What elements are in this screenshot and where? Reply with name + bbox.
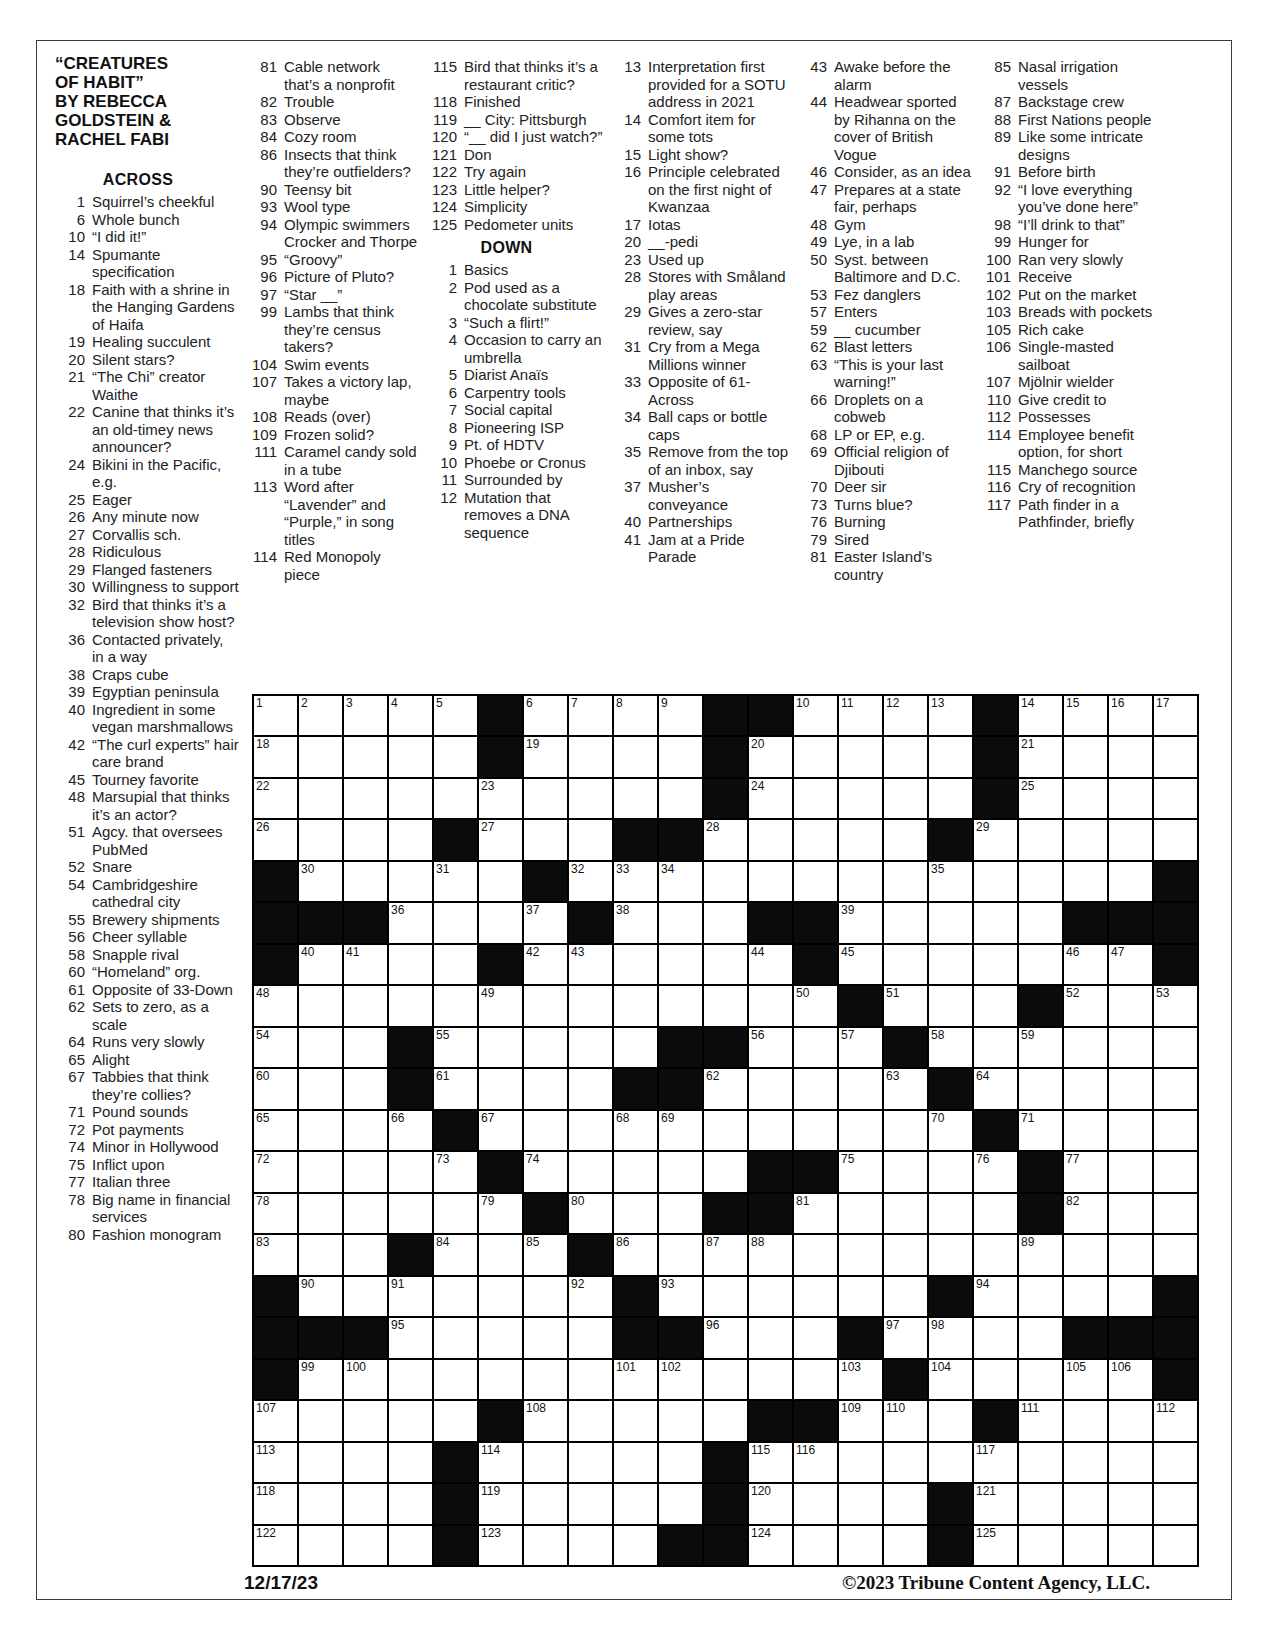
cell-r21c19[interactable]	[1063, 1525, 1108, 1566]
cell-r17c19[interactable]: 105	[1063, 1359, 1108, 1400]
cell-r8c7[interactable]	[523, 985, 568, 1026]
cell-r17c3[interactable]: 100	[343, 1359, 388, 1400]
cell-r12c17[interactable]: 76	[973, 1151, 1018, 1192]
cell-r15c11[interactable]	[703, 1276, 748, 1317]
cell-r2c21[interactable]	[1153, 736, 1198, 777]
cell-r5c6[interactable]	[478, 861, 523, 902]
cell-r21c15[interactable]	[883, 1525, 928, 1566]
cell-r11c10[interactable]: 69	[658, 1110, 703, 1151]
cell-r14c5[interactable]: 84	[433, 1234, 478, 1275]
cell-r11c21[interactable]	[1153, 1110, 1198, 1151]
cell-r5c18[interactable]	[1018, 861, 1063, 902]
cell-r9c6[interactable]	[478, 1027, 523, 1068]
cell-r20c13[interactable]	[793, 1483, 838, 1524]
cell-r10c13[interactable]	[793, 1068, 838, 1109]
cell-r16c8[interactable]	[568, 1317, 613, 1358]
cell-r1c20[interactable]: 16	[1108, 695, 1153, 736]
cell-r6c15[interactable]	[883, 902, 928, 943]
cell-r14c2[interactable]	[298, 1234, 343, 1275]
cell-r2c12[interactable]: 20	[748, 736, 793, 777]
cell-r1c18[interactable]: 14	[1018, 695, 1063, 736]
cell-r17c11[interactable]	[703, 1359, 748, 1400]
cell-r21c13[interactable]	[793, 1525, 838, 1566]
cell-r3c19[interactable]	[1063, 778, 1108, 819]
cell-r9c14[interactable]: 57	[838, 1027, 883, 1068]
cell-r10c7[interactable]	[523, 1068, 568, 1109]
cell-r18c9[interactable]	[613, 1400, 658, 1441]
cell-r19c14[interactable]	[838, 1442, 883, 1483]
cell-r15c2[interactable]: 90	[298, 1276, 343, 1317]
cell-r14c3[interactable]	[343, 1234, 388, 1275]
cell-r11c3[interactable]	[343, 1110, 388, 1151]
cell-r4c17[interactable]: 29	[973, 819, 1018, 860]
cell-r8c5[interactable]	[433, 985, 478, 1026]
cell-r14c9[interactable]: 86	[613, 1234, 658, 1275]
cell-r3c6[interactable]: 23	[478, 778, 523, 819]
cell-r17c6[interactable]	[478, 1359, 523, 1400]
cell-r21c21[interactable]	[1153, 1525, 1198, 1566]
cell-r6c16[interactable]	[928, 902, 973, 943]
cell-r9c8[interactable]	[568, 1027, 613, 1068]
cell-r21c4[interactable]	[388, 1525, 433, 1566]
cell-r1c19[interactable]: 15	[1063, 695, 1108, 736]
cell-r17c4[interactable]	[388, 1359, 433, 1400]
cell-r15c3[interactable]	[343, 1276, 388, 1317]
cell-r2c1[interactable]: 18	[253, 736, 298, 777]
cell-r17c2[interactable]: 99	[298, 1359, 343, 1400]
cell-r14c20[interactable]	[1108, 1234, 1153, 1275]
cell-r4c19[interactable]	[1063, 819, 1108, 860]
cell-r11c6[interactable]: 67	[478, 1110, 523, 1151]
cell-r5c4[interactable]	[388, 861, 433, 902]
cell-r6c11[interactable]	[703, 902, 748, 943]
cell-r13c5[interactable]	[433, 1193, 478, 1234]
cell-r9c1[interactable]: 54	[253, 1027, 298, 1068]
cell-r14c12[interactable]: 88	[748, 1234, 793, 1275]
cell-r4c13[interactable]	[793, 819, 838, 860]
cell-r19c19[interactable]	[1063, 1442, 1108, 1483]
cell-r17c9[interactable]: 101	[613, 1359, 658, 1400]
cell-r16c7[interactable]	[523, 1317, 568, 1358]
cell-r8c12[interactable]	[748, 985, 793, 1026]
cell-r10c17[interactable]: 64	[973, 1068, 1018, 1109]
cell-r21c2[interactable]	[298, 1525, 343, 1566]
cell-r3c20[interactable]	[1108, 778, 1153, 819]
cell-r5c20[interactable]	[1108, 861, 1153, 902]
cell-r6c18[interactable]	[1018, 902, 1063, 943]
cell-r16c12[interactable]	[748, 1317, 793, 1358]
cell-r1c13[interactable]: 10	[793, 695, 838, 736]
cell-r19c12[interactable]: 115	[748, 1442, 793, 1483]
cell-r5c2[interactable]: 30	[298, 861, 343, 902]
cell-r21c17[interactable]: 125	[973, 1525, 1018, 1566]
cell-r7c16[interactable]	[928, 944, 973, 985]
cell-r5c10[interactable]: 34	[658, 861, 703, 902]
cell-r4c15[interactable]	[883, 819, 928, 860]
cell-r20c3[interactable]	[343, 1483, 388, 1524]
cell-r18c7[interactable]: 108	[523, 1400, 568, 1441]
cell-r3c3[interactable]	[343, 778, 388, 819]
cell-r2c9[interactable]	[613, 736, 658, 777]
cell-r6c6[interactable]	[478, 902, 523, 943]
cell-r15c10[interactable]: 93	[658, 1276, 703, 1317]
cell-r16c15[interactable]: 97	[883, 1317, 928, 1358]
cell-r17c10[interactable]: 102	[658, 1359, 703, 1400]
cell-r1c2[interactable]: 2	[298, 695, 343, 736]
cell-r8c10[interactable]	[658, 985, 703, 1026]
cell-r8c2[interactable]	[298, 985, 343, 1026]
cell-r6c17[interactable]	[973, 902, 1018, 943]
cell-r9c13[interactable]	[793, 1027, 838, 1068]
cell-r18c15[interactable]: 110	[883, 1400, 928, 1441]
cell-r13c21[interactable]	[1153, 1193, 1198, 1234]
cell-r11c19[interactable]	[1063, 1110, 1108, 1151]
cell-r19c8[interactable]	[568, 1442, 613, 1483]
cell-r19c17[interactable]: 117	[973, 1442, 1018, 1483]
cell-r11c16[interactable]: 70	[928, 1110, 973, 1151]
cell-r21c9[interactable]	[613, 1525, 658, 1566]
cell-r1c21[interactable]: 17	[1153, 695, 1198, 736]
cell-r14c13[interactable]	[793, 1234, 838, 1275]
cell-r18c20[interactable]	[1108, 1400, 1153, 1441]
cell-r20c4[interactable]	[388, 1483, 433, 1524]
cell-r15c15[interactable]	[883, 1276, 928, 1317]
cell-r7c5[interactable]	[433, 944, 478, 985]
cell-r14c10[interactable]	[658, 1234, 703, 1275]
cell-r15c6[interactable]	[478, 1276, 523, 1317]
cell-r20c1[interactable]: 118	[253, 1483, 298, 1524]
cell-r20c6[interactable]: 119	[478, 1483, 523, 1524]
cell-r2c18[interactable]: 21	[1018, 736, 1063, 777]
cell-r12c10[interactable]	[658, 1151, 703, 1192]
cell-r10c6[interactable]	[478, 1068, 523, 1109]
cell-r8c13[interactable]: 50	[793, 985, 838, 1026]
cell-r13c13[interactable]: 81	[793, 1193, 838, 1234]
cell-r12c5[interactable]: 73	[433, 1151, 478, 1192]
cell-r9c7[interactable]	[523, 1027, 568, 1068]
cell-r10c19[interactable]	[1063, 1068, 1108, 1109]
cell-r3c12[interactable]: 24	[748, 778, 793, 819]
cell-r7c15[interactable]	[883, 944, 928, 985]
cell-r12c14[interactable]: 75	[838, 1151, 883, 1192]
cell-r14c11[interactable]: 87	[703, 1234, 748, 1275]
cell-r19c9[interactable]	[613, 1442, 658, 1483]
cell-r1c7[interactable]: 6	[523, 695, 568, 736]
cell-r12c9[interactable]	[613, 1151, 658, 1192]
cell-r3c10[interactable]	[658, 778, 703, 819]
cell-r13c10[interactable]	[658, 1193, 703, 1234]
cell-r14c14[interactable]	[838, 1234, 883, 1275]
cell-r2c7[interactable]: 19	[523, 736, 568, 777]
cell-r4c11[interactable]: 28	[703, 819, 748, 860]
cell-r11c11[interactable]	[703, 1110, 748, 1151]
cell-r19c15[interactable]	[883, 1442, 928, 1483]
cell-r19c2[interactable]	[298, 1442, 343, 1483]
cell-r21c1[interactable]: 122	[253, 1525, 298, 1566]
cell-r18c5[interactable]	[433, 1400, 478, 1441]
cell-r17c7[interactable]	[523, 1359, 568, 1400]
cell-r3c13[interactable]	[793, 778, 838, 819]
cell-r3c4[interactable]	[388, 778, 433, 819]
cell-r2c8[interactable]	[568, 736, 613, 777]
cell-r13c15[interactable]	[883, 1193, 928, 1234]
cell-r12c15[interactable]	[883, 1151, 928, 1192]
cell-r2c15[interactable]	[883, 736, 928, 777]
cell-r4c12[interactable]	[748, 819, 793, 860]
cell-r9c17[interactable]	[973, 1027, 1018, 1068]
cell-r11c14[interactable]	[838, 1110, 883, 1151]
cell-r9c18[interactable]: 59	[1018, 1027, 1063, 1068]
cell-r13c8[interactable]: 80	[568, 1193, 613, 1234]
cell-r7c9[interactable]	[613, 944, 658, 985]
cell-r5c14[interactable]	[838, 861, 883, 902]
cell-r12c2[interactable]	[298, 1151, 343, 1192]
cell-r7c4[interactable]	[388, 944, 433, 985]
cell-r8c15[interactable]: 51	[883, 985, 928, 1026]
cell-r7c3[interactable]: 41	[343, 944, 388, 985]
cell-r13c9[interactable]	[613, 1193, 658, 1234]
cell-r11c20[interactable]	[1108, 1110, 1153, 1151]
cell-r4c14[interactable]	[838, 819, 883, 860]
cell-r9c12[interactable]: 56	[748, 1027, 793, 1068]
cell-r4c4[interactable]	[388, 819, 433, 860]
cell-r4c2[interactable]	[298, 819, 343, 860]
cell-r9c21[interactable]	[1153, 1027, 1198, 1068]
cell-r18c21[interactable]: 112	[1153, 1400, 1198, 1441]
cell-r7c17[interactable]	[973, 944, 1018, 985]
cell-r8c4[interactable]	[388, 985, 433, 1026]
cell-r6c9[interactable]: 38	[613, 902, 658, 943]
cell-r18c10[interactable]	[658, 1400, 703, 1441]
cell-r14c16[interactable]	[928, 1234, 973, 1275]
cell-r21c20[interactable]	[1108, 1525, 1153, 1566]
cell-r20c14[interactable]	[838, 1483, 883, 1524]
cell-r1c14[interactable]: 11	[838, 695, 883, 736]
cell-r20c21[interactable]	[1153, 1483, 1198, 1524]
cell-r2c4[interactable]	[388, 736, 433, 777]
cell-r14c18[interactable]: 89	[1018, 1234, 1063, 1275]
cell-r18c18[interactable]: 111	[1018, 1400, 1063, 1441]
cell-r8c8[interactable]	[568, 985, 613, 1026]
cell-r20c9[interactable]	[613, 1483, 658, 1524]
cell-r8c11[interactable]	[703, 985, 748, 1026]
cell-r19c3[interactable]	[343, 1442, 388, 1483]
cell-r3c8[interactable]	[568, 778, 613, 819]
cell-r20c8[interactable]	[568, 1483, 613, 1524]
cell-r13c20[interactable]	[1108, 1193, 1153, 1234]
cell-r10c14[interactable]	[838, 1068, 883, 1109]
cell-r17c20[interactable]: 106	[1108, 1359, 1153, 1400]
cell-r18c11[interactable]	[703, 1400, 748, 1441]
cell-r11c12[interactable]	[748, 1110, 793, 1151]
cell-r20c15[interactable]	[883, 1483, 928, 1524]
cell-r1c5[interactable]: 5	[433, 695, 478, 736]
cell-r16c13[interactable]	[793, 1317, 838, 1358]
cell-r11c15[interactable]	[883, 1110, 928, 1151]
cell-r8c21[interactable]: 53	[1153, 985, 1198, 1026]
cell-r17c12[interactable]	[748, 1359, 793, 1400]
cell-r11c13[interactable]	[793, 1110, 838, 1151]
cell-r3c9[interactable]	[613, 778, 658, 819]
cell-r19c20[interactable]	[1108, 1442, 1153, 1483]
cell-r20c17[interactable]: 121	[973, 1483, 1018, 1524]
cell-r11c8[interactable]	[568, 1110, 613, 1151]
cell-r5c9[interactable]: 33	[613, 861, 658, 902]
cell-r19c13[interactable]: 116	[793, 1442, 838, 1483]
cell-r12c3[interactable]	[343, 1151, 388, 1192]
cell-r9c3[interactable]	[343, 1027, 388, 1068]
cell-r12c19[interactable]: 77	[1063, 1151, 1108, 1192]
cell-r12c8[interactable]	[568, 1151, 613, 1192]
cell-r2c2[interactable]	[298, 736, 343, 777]
cell-r1c1[interactable]: 1	[253, 695, 298, 736]
cell-r10c11[interactable]: 62	[703, 1068, 748, 1109]
cell-r16c11[interactable]: 96	[703, 1317, 748, 1358]
cell-r17c17[interactable]	[973, 1359, 1018, 1400]
cell-r20c19[interactable]	[1063, 1483, 1108, 1524]
cell-r4c7[interactable]	[523, 819, 568, 860]
cell-r15c18[interactable]	[1018, 1276, 1063, 1317]
cell-r13c2[interactable]	[298, 1193, 343, 1234]
cell-r20c12[interactable]: 120	[748, 1483, 793, 1524]
cell-r18c16[interactable]	[928, 1400, 973, 1441]
cell-r20c20[interactable]	[1108, 1483, 1153, 1524]
cell-r19c16[interactable]	[928, 1442, 973, 1483]
cell-r10c15[interactable]: 63	[883, 1068, 928, 1109]
cell-r9c2[interactable]	[298, 1027, 343, 1068]
cell-r18c3[interactable]	[343, 1400, 388, 1441]
cell-r2c20[interactable]	[1108, 736, 1153, 777]
cell-r13c1[interactable]: 78	[253, 1193, 298, 1234]
cell-r13c3[interactable]	[343, 1193, 388, 1234]
cell-r19c1[interactable]: 113	[253, 1442, 298, 1483]
cell-r6c10[interactable]	[658, 902, 703, 943]
cell-r16c16[interactable]: 98	[928, 1317, 973, 1358]
cell-r9c19[interactable]	[1063, 1027, 1108, 1068]
cell-r1c10[interactable]: 9	[658, 695, 703, 736]
cell-r7c11[interactable]	[703, 944, 748, 985]
cell-r16c18[interactable]	[1018, 1317, 1063, 1358]
cell-r5c19[interactable]	[1063, 861, 1108, 902]
cell-r12c16[interactable]	[928, 1151, 973, 1192]
cell-r12c11[interactable]	[703, 1151, 748, 1192]
cell-r5c15[interactable]	[883, 861, 928, 902]
cell-r7c8[interactable]: 43	[568, 944, 613, 985]
cell-r16c17[interactable]	[973, 1317, 1018, 1358]
cell-r10c1[interactable]: 60	[253, 1068, 298, 1109]
cell-r8c16[interactable]	[928, 985, 973, 1026]
cell-r21c18[interactable]	[1018, 1525, 1063, 1566]
cell-r4c8[interactable]	[568, 819, 613, 860]
cell-r15c7[interactable]	[523, 1276, 568, 1317]
cell-r5c17[interactable]	[973, 861, 1018, 902]
cell-r17c13[interactable]	[793, 1359, 838, 1400]
cell-r9c9[interactable]	[613, 1027, 658, 1068]
cell-r13c4[interactable]	[388, 1193, 433, 1234]
cell-r3c1[interactable]: 22	[253, 778, 298, 819]
cell-r15c12[interactable]	[748, 1276, 793, 1317]
cell-r10c8[interactable]	[568, 1068, 613, 1109]
cell-r4c1[interactable]: 26	[253, 819, 298, 860]
cell-r18c1[interactable]: 107	[253, 1400, 298, 1441]
cell-r15c13[interactable]	[793, 1276, 838, 1317]
cell-r8c19[interactable]: 52	[1063, 985, 1108, 1026]
cell-r20c2[interactable]	[298, 1483, 343, 1524]
cell-r12c20[interactable]	[1108, 1151, 1153, 1192]
cell-r15c4[interactable]: 91	[388, 1276, 433, 1317]
cell-r16c4[interactable]: 95	[388, 1317, 433, 1358]
cell-r2c14[interactable]	[838, 736, 883, 777]
cell-r18c4[interactable]	[388, 1400, 433, 1441]
cell-r14c19[interactable]	[1063, 1234, 1108, 1275]
cell-r3c16[interactable]	[928, 778, 973, 819]
cell-r4c18[interactable]	[1018, 819, 1063, 860]
cell-r18c8[interactable]	[568, 1400, 613, 1441]
cell-r7c2[interactable]: 40	[298, 944, 343, 985]
cell-r15c14[interactable]	[838, 1276, 883, 1317]
cell-r17c14[interactable]: 103	[838, 1359, 883, 1400]
cell-r10c2[interactable]	[298, 1068, 343, 1109]
cell-r5c12[interactable]	[748, 861, 793, 902]
cell-r10c12[interactable]	[748, 1068, 793, 1109]
cell-r1c3[interactable]: 3	[343, 695, 388, 736]
cell-r15c5[interactable]	[433, 1276, 478, 1317]
cell-r7c12[interactable]: 44	[748, 944, 793, 985]
cell-r15c20[interactable]	[1108, 1276, 1153, 1317]
cell-r14c21[interactable]	[1153, 1234, 1198, 1275]
cell-r3c2[interactable]	[298, 778, 343, 819]
cell-r1c15[interactable]: 12	[883, 695, 928, 736]
cell-r3c18[interactable]: 25	[1018, 778, 1063, 819]
cell-r13c17[interactable]	[973, 1193, 1018, 1234]
cell-r18c2[interactable]	[298, 1400, 343, 1441]
cell-r13c6[interactable]: 79	[478, 1193, 523, 1234]
cell-r17c5[interactable]	[433, 1359, 478, 1400]
cell-r1c16[interactable]: 13	[928, 695, 973, 736]
cell-r18c14[interactable]: 109	[838, 1400, 883, 1441]
cell-r1c9[interactable]: 8	[613, 695, 658, 736]
cell-r21c3[interactable]	[343, 1525, 388, 1566]
cell-r15c8[interactable]: 92	[568, 1276, 613, 1317]
cell-r3c7[interactable]	[523, 778, 568, 819]
cell-r8c6[interactable]: 49	[478, 985, 523, 1026]
cell-r5c3[interactable]	[343, 861, 388, 902]
cell-r7c19[interactable]: 46	[1063, 944, 1108, 985]
cell-r9c20[interactable]	[1108, 1027, 1153, 1068]
cell-r20c7[interactable]	[523, 1483, 568, 1524]
cell-r18c19[interactable]	[1063, 1400, 1108, 1441]
cell-r10c20[interactable]	[1108, 1068, 1153, 1109]
cell-r14c1[interactable]: 83	[253, 1234, 298, 1275]
cell-r20c18[interactable]	[1018, 1483, 1063, 1524]
cell-r8c1[interactable]: 48	[253, 985, 298, 1026]
cell-r7c20[interactable]: 47	[1108, 944, 1153, 985]
cell-r2c10[interactable]	[658, 736, 703, 777]
cell-r6c7[interactable]: 37	[523, 902, 568, 943]
cell-r3c21[interactable]	[1153, 778, 1198, 819]
cell-r10c5[interactable]: 61	[433, 1068, 478, 1109]
cell-r14c15[interactable]	[883, 1234, 928, 1275]
cell-r8c9[interactable]	[613, 985, 658, 1026]
cell-r14c6[interactable]	[478, 1234, 523, 1275]
cell-r3c15[interactable]	[883, 778, 928, 819]
cell-r4c3[interactable]	[343, 819, 388, 860]
cell-r14c7[interactable]: 85	[523, 1234, 568, 1275]
cell-r6c5[interactable]	[433, 902, 478, 943]
cell-r11c1[interactable]: 65	[253, 1110, 298, 1151]
cell-r13c19[interactable]: 82	[1063, 1193, 1108, 1234]
cell-r13c16[interactable]	[928, 1193, 973, 1234]
